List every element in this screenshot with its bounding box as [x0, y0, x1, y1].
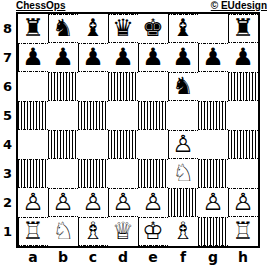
chessops-title-link[interactable]: ChessOps — [16, 0, 65, 11]
white-bishop-f1: ♗ — [170, 218, 196, 245]
square-c7: ♟ — [78, 43, 108, 72]
square-a8: ♜ — [18, 14, 48, 43]
square-h3 — [228, 159, 258, 188]
white-rook-a1: ♖ — [20, 218, 46, 245]
square-b6 — [48, 72, 78, 101]
square-h6 — [228, 72, 258, 101]
square-f4: ♙ — [168, 130, 198, 159]
square-e5 — [138, 101, 168, 130]
square-b8: ♞ — [48, 14, 78, 43]
rank-label-4: 4 — [0, 130, 15, 159]
square-c8: ♝ — [78, 14, 108, 43]
rank-label-8: 8 — [0, 14, 15, 43]
square-c5 — [78, 101, 108, 130]
square-a1: ♖ — [18, 217, 48, 246]
square-e2: ♙ — [138, 188, 168, 217]
black-knight-f6: ♞ — [170, 73, 196, 100]
white-queen-d1: ♕ — [110, 218, 136, 245]
file-label-c: c — [78, 249, 108, 265]
white-pawn-h2: ♙ — [230, 189, 256, 216]
square-e7: ♟ — [138, 43, 168, 72]
square-d2: ♙ — [108, 188, 138, 217]
square-a6 — [18, 72, 48, 101]
square-a5 — [18, 101, 48, 130]
square-d8: ♛ — [108, 14, 138, 43]
square-f1: ♗ — [168, 217, 198, 246]
header: ChessOps © EUdesign — [16, 0, 267, 12]
square-d7: ♟ — [108, 43, 138, 72]
file-label-h: h — [228, 249, 258, 265]
square-h5 — [228, 101, 258, 130]
black-pawn-b7: ♟ — [50, 44, 76, 71]
square-e6 — [138, 72, 168, 101]
eudesign-credit-link[interactable]: © EUdesign — [211, 0, 267, 11]
white-rook-h1: ♖ — [230, 218, 256, 245]
rank-label-6: 6 — [0, 72, 15, 101]
square-d4 — [108, 130, 138, 159]
square-f2 — [168, 188, 198, 217]
square-b4 — [48, 130, 78, 159]
file-label-e: e — [138, 249, 168, 265]
black-queen-d8: ♛ — [110, 15, 136, 42]
square-e1: ♔ — [138, 217, 168, 246]
square-b2: ♙ — [48, 188, 78, 217]
square-b5 — [48, 101, 78, 130]
white-king-e1: ♔ — [140, 218, 166, 245]
black-bishop-c8: ♝ — [80, 15, 106, 42]
square-f3: ♘ — [168, 159, 198, 188]
square-b1: ♘ — [48, 217, 78, 246]
black-bishop-f8: ♝ — [170, 15, 196, 42]
square-c4 — [78, 130, 108, 159]
white-pawn-d2: ♙ — [110, 189, 136, 216]
black-rook-a8: ♜ — [20, 15, 46, 42]
square-e4 — [138, 130, 168, 159]
square-h8: ♜ — [228, 14, 258, 43]
square-e3 — [138, 159, 168, 188]
square-c6 — [78, 72, 108, 101]
square-d1: ♕ — [108, 217, 138, 246]
square-f7: ♟ — [168, 43, 198, 72]
square-g4 — [198, 130, 228, 159]
square-b7: ♟ — [48, 43, 78, 72]
white-knight-b1: ♘ — [50, 218, 76, 245]
black-rook-h8: ♜ — [230, 15, 256, 42]
chessops-diagram: ChessOps © EUdesign 87654321 ♜♞♝♛♚♝♜♟♟♟♟… — [0, 0, 270, 270]
white-pawn-g2: ♙ — [200, 189, 226, 216]
square-c2: ♙ — [78, 188, 108, 217]
square-f6: ♞ — [168, 72, 198, 101]
square-e8: ♚ — [138, 14, 168, 43]
square-g8 — [198, 14, 228, 43]
rank-label-5: 5 — [0, 101, 15, 130]
square-g7: ♟ — [198, 43, 228, 72]
white-pawn-b2: ♙ — [50, 189, 76, 216]
black-pawn-d7: ♟ — [110, 44, 136, 71]
square-b3 — [48, 159, 78, 188]
file-label-g: g — [198, 249, 228, 265]
square-h4 — [228, 130, 258, 159]
black-pawn-c7: ♟ — [80, 44, 106, 71]
rank-label-3: 3 — [0, 159, 15, 188]
square-f5 — [168, 101, 198, 130]
rank-labels: 87654321 — [0, 14, 15, 246]
square-g5 — [198, 101, 228, 130]
black-pawn-h7: ♟ — [230, 44, 256, 71]
square-f8: ♝ — [168, 14, 198, 43]
square-c3 — [78, 159, 108, 188]
square-g6 — [198, 72, 228, 101]
square-a3 — [18, 159, 48, 188]
white-bishop-c1: ♗ — [80, 218, 106, 245]
white-pawn-f4: ♙ — [170, 131, 196, 158]
file-labels: abcdefgh — [18, 249, 258, 265]
square-g1 — [198, 217, 228, 246]
file-label-d: d — [108, 249, 138, 265]
square-a2: ♙ — [18, 188, 48, 217]
black-king-e8: ♚ — [140, 15, 166, 42]
square-h1: ♖ — [228, 217, 258, 246]
white-pawn-e2: ♙ — [140, 189, 166, 216]
black-pawn-e7: ♟ — [140, 44, 166, 71]
square-a4 — [18, 130, 48, 159]
white-knight-f3: ♘ — [170, 160, 196, 187]
black-pawn-a7: ♟ — [20, 44, 46, 71]
rank-label-1: 1 — [0, 217, 15, 246]
black-pawn-f7: ♟ — [170, 44, 196, 71]
chess-board: ♜♞♝♛♚♝♜♟♟♟♟♟♟♟♟♞♙♘♙♙♙♙♙♙♙♖♘♗♕♔♗♖ — [16, 12, 260, 248]
square-d5 — [108, 101, 138, 130]
black-pawn-g7: ♟ — [200, 44, 226, 71]
file-label-f: f — [168, 249, 198, 265]
square-d6 — [108, 72, 138, 101]
file-label-a: a — [18, 249, 48, 265]
square-c1: ♗ — [78, 217, 108, 246]
rank-label-7: 7 — [0, 43, 15, 72]
white-pawn-a2: ♙ — [20, 189, 46, 216]
rank-label-2: 2 — [0, 188, 15, 217]
square-d3 — [108, 159, 138, 188]
black-knight-b8: ♞ — [50, 15, 76, 42]
square-a7: ♟ — [18, 43, 48, 72]
square-h2: ♙ — [228, 188, 258, 217]
file-label-b: b — [48, 249, 78, 265]
square-g2: ♙ — [198, 188, 228, 217]
square-h7: ♟ — [228, 43, 258, 72]
square-g3 — [198, 159, 228, 188]
white-pawn-c2: ♙ — [80, 189, 106, 216]
